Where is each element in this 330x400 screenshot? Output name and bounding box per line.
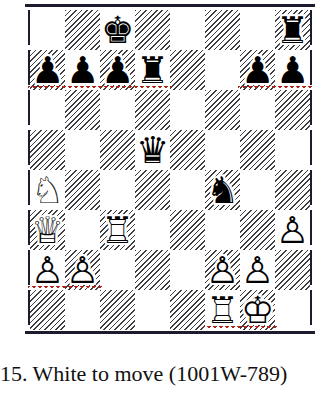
- piece-black-pawn: ♟♟: [30, 50, 65, 90]
- piece-black-rook: ♜♜: [135, 50, 170, 90]
- square-h5: [275, 130, 310, 170]
- square-f3: [205, 210, 240, 250]
- black-queen-glyph: ♛: [135, 130, 170, 170]
- white-knight-glyph: ♘: [30, 170, 65, 210]
- piece-white-rook: ♜♖: [100, 210, 135, 250]
- square-f2: ♟♙: [205, 250, 240, 290]
- square-g1: ♚♔: [240, 290, 275, 330]
- square-a1: [30, 290, 65, 330]
- square-d4: [135, 170, 170, 210]
- square-c7: ♟♟: [100, 50, 135, 90]
- square-d6: [135, 90, 170, 130]
- square-b3: [65, 210, 100, 250]
- square-g7: ♟♟: [240, 50, 275, 90]
- square-a6: [30, 90, 65, 130]
- square-b8: [65, 10, 100, 50]
- piece-black-pawn: ♟♟: [65, 50, 100, 90]
- square-c8: ♚♚: [100, 10, 135, 50]
- square-f4: ♞♞: [205, 170, 240, 210]
- square-h2: [275, 250, 310, 290]
- white-pawn-glyph: ♙: [65, 250, 100, 290]
- square-e1: [170, 290, 205, 330]
- square-g8: [240, 10, 275, 50]
- piece-white-queen: ♛♕: [30, 210, 65, 250]
- red-squiggle-underline: [203, 326, 277, 330]
- piece-black-king: ♚♚: [100, 10, 135, 50]
- black-pawn-glyph: ♟: [65, 50, 100, 90]
- square-f7: [205, 50, 240, 90]
- square-d3: [135, 210, 170, 250]
- square-h3: ♟♙: [275, 210, 310, 250]
- red-squiggle-underline: [238, 86, 312, 90]
- piece-white-rook: ♜♖: [205, 290, 240, 330]
- square-h7: ♟♟: [275, 50, 310, 90]
- square-a7: ♟♟: [30, 50, 65, 90]
- black-pawn-glyph: ♟: [240, 50, 275, 90]
- white-king-glyph: ♔: [240, 290, 275, 330]
- square-b1: [65, 290, 100, 330]
- piece-black-pawn: ♟♟: [100, 50, 135, 90]
- square-c4: [100, 170, 135, 210]
- square-e3: [170, 210, 205, 250]
- square-h4: [275, 170, 310, 210]
- square-c1: [100, 290, 135, 330]
- piece-black-queen: ♛♛: [135, 130, 170, 170]
- square-g6: [240, 90, 275, 130]
- square-f1: ♜♖: [205, 290, 240, 330]
- square-d1: [135, 290, 170, 330]
- square-e6: [170, 90, 205, 130]
- square-b6: [65, 90, 100, 130]
- square-a3: ♛♕: [30, 210, 65, 250]
- square-g3: [240, 210, 275, 250]
- square-c5: [100, 130, 135, 170]
- diagram-caption: 15. White to move (1001W-789): [0, 361, 330, 387]
- piece-white-king: ♚♔: [240, 290, 275, 330]
- square-e5: [170, 130, 205, 170]
- square-e4: [170, 170, 205, 210]
- white-queen-glyph: ♕: [30, 210, 65, 250]
- black-rook-glyph: ♜: [275, 10, 310, 50]
- square-b4: [65, 170, 100, 210]
- square-c3: ♜♖: [100, 210, 135, 250]
- square-h1: [275, 290, 310, 330]
- square-b5: [65, 130, 100, 170]
- chess-board: ♚♚♜♜♟♟♟♟♟♟♜♜♟♟♟♟♛♛♞♘♞♞♛♕♜♖♟♙♟♙♟♙♟♙♟♙♜♖♚♔: [30, 10, 310, 330]
- piece-white-pawn: ♟♙: [240, 250, 275, 290]
- square-d2: [135, 250, 170, 290]
- red-squiggle-underline: [28, 86, 172, 90]
- piece-white-pawn: ♟♙: [65, 250, 100, 290]
- square-g4: [240, 170, 275, 210]
- square-a4: ♞♘: [30, 170, 65, 210]
- white-pawn-glyph: ♙: [240, 250, 275, 290]
- piece-white-knight: ♞♘: [30, 170, 65, 210]
- square-b2: ♟♙: [65, 250, 100, 290]
- piece-white-pawn: ♟♙: [205, 250, 240, 290]
- white-pawn-glyph: ♙: [275, 210, 310, 250]
- black-knight-glyph: ♞: [205, 170, 240, 210]
- square-e8: [170, 10, 205, 50]
- black-king-glyph: ♚: [100, 10, 135, 50]
- square-e2: [170, 250, 205, 290]
- square-a5: [30, 130, 65, 170]
- white-pawn-glyph: ♙: [205, 250, 240, 290]
- piece-black-pawn: ♟♟: [240, 50, 275, 90]
- square-a8: [30, 10, 65, 50]
- square-h8: ♜♜: [275, 10, 310, 50]
- square-d8: [135, 10, 170, 50]
- square-d7: ♜♜: [135, 50, 170, 90]
- board-top-border: [25, 4, 315, 7]
- black-rook-glyph: ♜: [135, 50, 170, 90]
- square-h6: [275, 90, 310, 130]
- chess-diagram: ♚♚♜♜♟♟♟♟♟♟♜♜♟♟♟♟♛♛♞♘♞♞♛♕♜♖♟♙♟♙♟♙♟♙♟♙♜♖♚♔…: [0, 0, 330, 400]
- square-e7: [170, 50, 205, 90]
- square-f8: [205, 10, 240, 50]
- white-rook-glyph: ♖: [100, 210, 135, 250]
- piece-white-pawn: ♟♙: [275, 210, 310, 250]
- black-pawn-glyph: ♟: [100, 50, 135, 90]
- red-squiggle-underline: [28, 286, 102, 290]
- square-c2: [100, 250, 135, 290]
- white-pawn-glyph: ♙: [30, 250, 65, 290]
- piece-black-knight: ♞♞: [205, 170, 240, 210]
- square-a2: ♟♙: [30, 250, 65, 290]
- board-right-border: [310, 10, 312, 330]
- white-rook-glyph: ♖: [205, 290, 240, 330]
- black-pawn-glyph: ♟: [30, 50, 65, 90]
- piece-white-pawn: ♟♙: [30, 250, 65, 290]
- square-c6: [100, 90, 135, 130]
- black-pawn-glyph: ♟: [275, 50, 310, 90]
- square-f6: [205, 90, 240, 130]
- square-f5: [205, 130, 240, 170]
- piece-black-pawn: ♟♟: [275, 50, 310, 90]
- square-g5: [240, 130, 275, 170]
- piece-black-rook: ♜♜: [275, 10, 310, 50]
- square-d5: ♛♛: [135, 130, 170, 170]
- square-g2: ♟♙: [240, 250, 275, 290]
- square-b7: ♟♟: [65, 50, 100, 90]
